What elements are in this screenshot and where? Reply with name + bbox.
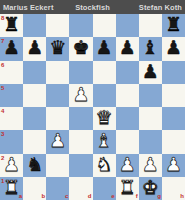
square-b1[interactable]: b [23,177,46,200]
white-pawn[interactable]: ♟ [119,155,136,174]
square-d5[interactable]: ♟ [69,84,92,107]
square-b7[interactable]: ♟ [23,37,46,60]
square-b2[interactable]: ♞ [23,154,46,177]
square-g5[interactable] [139,84,162,107]
black-king[interactable]: ♚ [72,38,89,57]
black-pawn[interactable]: ♟ [3,38,20,57]
rank-label-6: 6 [1,62,4,68]
black-pawn[interactable]: ♟ [96,38,113,57]
white-pawn[interactable]: ♟ [72,85,89,104]
square-c8[interactable] [46,14,69,37]
square-g8[interactable] [139,14,162,37]
square-e2[interactable]: ♞ [93,154,116,177]
rank-label-3: 3 [1,131,4,137]
black-pawn[interactable]: ♟ [165,38,182,57]
square-c1[interactable]: c [46,177,69,200]
square-f7[interactable]: ♟ [116,37,139,60]
square-f1[interactable]: f♜ [116,177,139,200]
white-pawn[interactable]: ♟ [3,155,20,174]
square-b3[interactable] [23,130,46,153]
square-d2[interactable] [69,154,92,177]
black-rook[interactable]: ♜ [165,15,182,34]
file-label-d: d [88,193,92,199]
square-e5[interactable] [93,84,116,107]
black-knight[interactable]: ♞ [26,155,43,174]
chess-board: 8♜♜7♟♟♛♚♟♟♝♟6♟5♟4♛3♟♝2♟♞♞♟♟♟1a♜bcdef♜g♚h [0,14,185,200]
white-rook[interactable]: ♜ [3,178,20,197]
chess-app: Marius Eckert Stockfish Stefan Koth 8♜♜7… [0,0,185,200]
rank-label-5: 5 [1,85,4,91]
white-bishop[interactable]: ♝ [96,131,113,150]
file-label-f: f [136,193,138,199]
player-header-bar: Marius Eckert Stockfish Stefan Koth [0,0,185,14]
square-h3[interactable] [162,130,185,153]
white-pawn[interactable]: ♟ [165,155,182,174]
square-b4[interactable] [23,107,46,130]
black-rook[interactable]: ♜ [3,15,20,34]
black-queen[interactable]: ♛ [49,38,66,57]
square-e6[interactable] [93,61,116,84]
square-h2[interactable]: ♟ [162,154,185,177]
square-c5[interactable] [46,84,69,107]
black-pawn[interactable]: ♟ [142,62,159,81]
square-h5[interactable] [162,84,185,107]
square-d7[interactable]: ♚ [69,37,92,60]
square-e8[interactable] [93,14,116,37]
square-g7[interactable]: ♝ [139,37,162,60]
square-a2[interactable]: 2♟ [0,154,23,177]
square-h1[interactable]: h [162,177,185,200]
square-h6[interactable] [162,61,185,84]
square-b6[interactable] [23,61,46,84]
black-pawn[interactable]: ♟ [26,38,43,57]
square-g2[interactable]: ♟ [139,154,162,177]
square-e4[interactable]: ♛ [93,107,116,130]
square-a5[interactable]: 5 [0,84,23,107]
file-label-h: h [180,193,184,199]
square-d6[interactable] [69,61,92,84]
square-c4[interactable] [46,107,69,130]
square-c6[interactable] [46,61,69,84]
square-c7[interactable]: ♛ [46,37,69,60]
square-b5[interactable] [23,84,46,107]
square-d1[interactable]: d [69,177,92,200]
white-knight[interactable]: ♞ [96,155,113,174]
square-a7[interactable]: 7♟ [0,37,23,60]
square-e3[interactable]: ♝ [93,130,116,153]
square-a3[interactable]: 3 [0,130,23,153]
square-h8[interactable]: ♜ [162,14,185,37]
engine-label: Stockfish [63,3,123,12]
white-king[interactable]: ♚ [142,178,159,197]
square-a1[interactable]: 1a♜ [0,177,23,200]
square-f2[interactable]: ♟ [116,154,139,177]
white-player-name: Marius Eckert [3,3,63,12]
black-bishop[interactable]: ♝ [142,38,159,57]
black-pawn[interactable]: ♟ [119,38,136,57]
square-f6[interactable] [116,61,139,84]
square-e7[interactable]: ♟ [93,37,116,60]
file-label-e: e [111,193,114,199]
square-g4[interactable] [139,107,162,130]
white-rook[interactable]: ♜ [119,178,136,197]
square-f3[interactable] [116,130,139,153]
file-label-b: b [42,193,46,199]
square-a4[interactable]: 4 [0,107,23,130]
square-c3[interactable]: ♟ [46,130,69,153]
square-a6[interactable]: 6 [0,61,23,84]
square-a8[interactable]: 8♜ [0,14,23,37]
square-g1[interactable]: g♚ [139,177,162,200]
black-player-name: Stefan Koth [122,3,182,12]
square-g3[interactable] [139,130,162,153]
square-d3[interactable] [69,130,92,153]
square-e1[interactable]: e [93,177,116,200]
square-g6[interactable]: ♟ [139,61,162,84]
square-h4[interactable] [162,107,185,130]
square-f5[interactable] [116,84,139,107]
square-f8[interactable] [116,14,139,37]
white-queen[interactable]: ♛ [96,108,113,127]
white-pawn[interactable]: ♟ [49,131,66,150]
white-pawn[interactable]: ♟ [142,155,159,174]
square-d4[interactable] [69,107,92,130]
square-d8[interactable] [69,14,92,37]
square-f4[interactable] [116,107,139,130]
file-label-c: c [65,193,68,199]
square-c2[interactable] [46,154,69,177]
rank-label-4: 4 [1,108,4,114]
square-h7[interactable]: ♟ [162,37,185,60]
square-b8[interactable] [23,14,46,37]
